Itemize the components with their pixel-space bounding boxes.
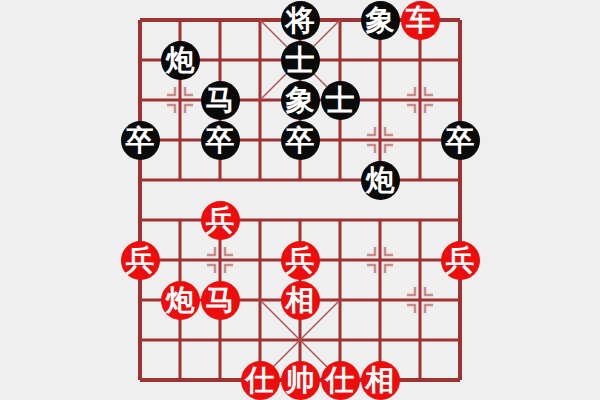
piece-black-cannon[interactable]: 炮 — [161, 41, 200, 80]
piece-black-soldier[interactable]: 卒 — [201, 121, 240, 160]
piece-black-elephant[interactable]: 象 — [281, 81, 320, 120]
piece-red-advisor[interactable]: 仕 — [241, 361, 280, 400]
piece-black-soldier[interactable]: 卒 — [121, 121, 160, 160]
piece-red-advisor[interactable]: 仕 — [321, 361, 360, 400]
piece-black-soldier[interactable]: 卒 — [441, 121, 480, 160]
xiangqi-screen: 将象车炮士马象士卒卒卒卒炮兵兵兵兵炮马相仕帅仕相 — [0, 0, 600, 400]
piece-red-general[interactable]: 帅 — [281, 361, 320, 400]
piece-black-advisor[interactable]: 士 — [321, 81, 360, 120]
piece-black-horse[interactable]: 马 — [201, 81, 240, 120]
piece-red-soldier[interactable]: 兵 — [201, 201, 240, 240]
piece-red-chariot[interactable]: 车 — [401, 1, 440, 40]
piece-red-elephant[interactable]: 相 — [361, 361, 400, 400]
piece-red-horse[interactable]: 马 — [201, 281, 240, 320]
piece-black-advisor[interactable]: 士 — [281, 41, 320, 80]
piece-red-soldier[interactable]: 兵 — [281, 241, 320, 280]
piece-red-elephant[interactable]: 相 — [281, 281, 320, 320]
piece-black-cannon[interactable]: 炮 — [361, 161, 400, 200]
piece-red-soldier[interactable]: 兵 — [441, 241, 480, 280]
piece-red-soldier[interactable]: 兵 — [121, 241, 160, 280]
piece-red-cannon[interactable]: 炮 — [161, 281, 200, 320]
board-grid[interactable]: 将象车炮士马象士卒卒卒卒炮兵兵兵兵炮马相仕帅仕相 — [120, 0, 480, 400]
piece-black-soldier[interactable]: 卒 — [281, 121, 320, 160]
piece-black-elephant[interactable]: 象 — [361, 1, 400, 40]
piece-black-general[interactable]: 将 — [281, 1, 320, 40]
